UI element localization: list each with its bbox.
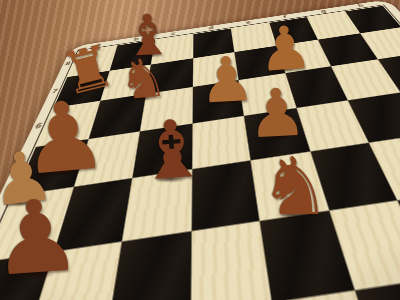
piece-pawn-e4: ♟: [246, 79, 309, 148]
piece-knight-b7: ♞: [117, 50, 170, 108]
piece-pawn-a2: ♟: [0, 185, 84, 291]
pieces-layer: ♝♜♞♟♟♟♝♟♞♟♟: [0, 0, 400, 300]
piece-pawn-f6: ♟: [256, 16, 314, 80]
piece-knight-e3: ♞: [259, 147, 331, 227]
piece-bishop-c4: ♝: [133, 108, 210, 193]
chess-photo-scene: abcdefgh87654321 ♝♜♞♟♟♟♝♟♞♟♟: [0, 0, 400, 300]
